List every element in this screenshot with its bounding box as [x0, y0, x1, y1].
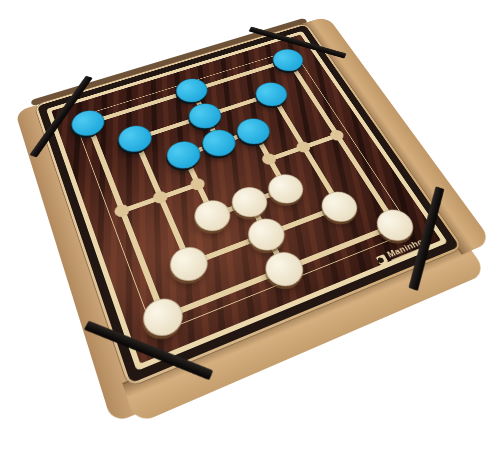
morris-board-3d: Maninho: [88, 60, 395, 317]
piece-white-d2[interactable]: [242, 214, 290, 256]
piece-blue-d6[interactable]: [184, 100, 226, 133]
piece-blue-c5[interactable]: [162, 137, 205, 173]
piece-white-f2[interactable]: [316, 187, 364, 227]
piece-blue-e5[interactable]: [232, 114, 275, 148]
piece-white-e3[interactable]: [263, 170, 309, 208]
piece-blue-d5[interactable]: [197, 126, 240, 161]
piece-white-d3[interactable]: [226, 183, 273, 222]
product-photo: Maninho: [0, 0, 500, 449]
piece-white-b2[interactable]: [165, 242, 214, 287]
piece-blue-f6[interactable]: [251, 79, 293, 110]
piece-blue-b6[interactable]: [114, 122, 156, 157]
piece-white-c3[interactable]: [189, 196, 236, 237]
